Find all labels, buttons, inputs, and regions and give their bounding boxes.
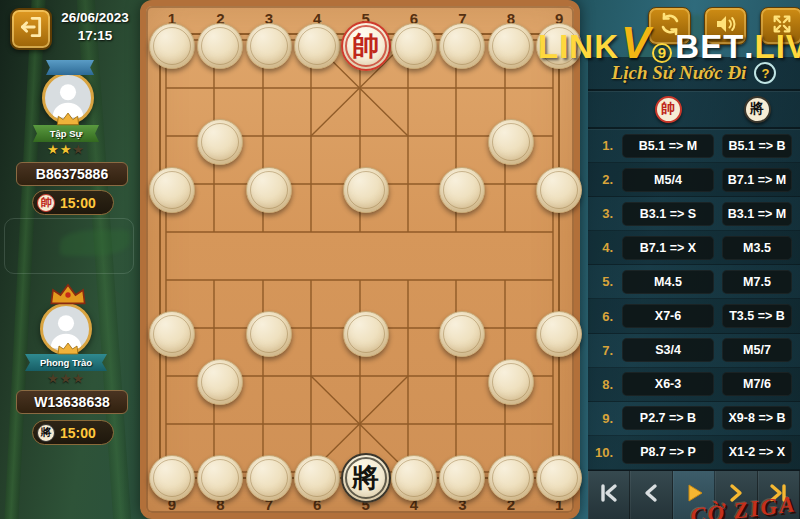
board-grid bbox=[146, 6, 574, 513]
move-number: 5. bbox=[588, 274, 618, 289]
player-black-name: W13638638 bbox=[16, 390, 128, 414]
logo-bet: BET bbox=[675, 28, 744, 66]
avatar-crown-decoration-icon bbox=[48, 283, 88, 311]
logo-9: 9 bbox=[652, 43, 672, 63]
black-column-icon: 將 bbox=[744, 96, 771, 123]
hidden-black-piece[interactable] bbox=[149, 311, 195, 357]
black-move[interactable]: M7/6 bbox=[722, 372, 792, 396]
next-move-icon bbox=[725, 483, 747, 507]
hidden-red-piece[interactable] bbox=[246, 23, 292, 69]
red-move[interactable]: X7-6 bbox=[622, 304, 714, 328]
red-move[interactable]: P2.7 => B bbox=[622, 406, 714, 430]
gold-star-icon: ★ bbox=[47, 142, 60, 157]
move-number: 3. bbox=[588, 206, 618, 221]
black-move[interactable]: B3.1 => M bbox=[722, 202, 792, 226]
red-move[interactable]: M5/4 bbox=[622, 168, 714, 192]
red-move[interactable]: M4.5 bbox=[622, 270, 714, 294]
player-black-timer: 將 15:00 bbox=[32, 420, 114, 445]
black-move[interactable]: B7.1 => M bbox=[722, 168, 792, 192]
move-number: 1. bbox=[588, 138, 618, 153]
replay-navbar bbox=[588, 470, 800, 519]
dark-star-icon: ★ bbox=[47, 371, 60, 386]
move-number: 10. bbox=[588, 445, 618, 460]
history-row: 7.S3/4M5/7 bbox=[588, 334, 800, 368]
hidden-red-piece[interactable] bbox=[488, 119, 534, 165]
black-move[interactable]: M3.5 bbox=[722, 236, 792, 260]
last-move-icon bbox=[767, 483, 789, 507]
exit-button[interactable] bbox=[10, 8, 52, 50]
history-row: 10.P8.7 => PX1-2 => X bbox=[588, 436, 800, 470]
hidden-red-piece[interactable] bbox=[149, 167, 195, 213]
move-number: 7. bbox=[588, 343, 618, 358]
red-move[interactable]: B7.1 => X bbox=[622, 236, 714, 260]
red-column-icon: 帥 bbox=[655, 96, 682, 123]
hidden-black-piece[interactable] bbox=[343, 311, 389, 357]
play-icon bbox=[683, 483, 705, 507]
game-screen: 123456789987654321 帥將 26/06/2023 17:15 bbox=[0, 0, 800, 519]
red-move[interactable]: X6-3 bbox=[622, 372, 714, 396]
left-sidebar: 26/06/2023 17:15 Tập Sự ★★★ B86375886 帥 … bbox=[0, 0, 140, 519]
red-move[interactable]: B5.1 => M bbox=[622, 134, 714, 158]
exit-door-arrow-icon bbox=[18, 14, 44, 44]
player-red-timer: 帥 15:00 bbox=[32, 190, 114, 215]
logo-v: V bbox=[621, 18, 651, 68]
red-move[interactable]: P8.7 => P bbox=[622, 440, 714, 464]
player-black-stars: ★★★ bbox=[33, 371, 99, 386]
black-move[interactable]: M7.5 bbox=[722, 270, 792, 294]
first-move-icon bbox=[598, 483, 620, 507]
history-row: 2.M5/4B7.1 => M bbox=[588, 163, 800, 197]
first-move-button[interactable] bbox=[588, 471, 630, 519]
red-move[interactable]: S3/4 bbox=[622, 338, 714, 362]
time-label: 17:15 bbox=[52, 27, 138, 45]
history-column-headers: 帥 將 bbox=[588, 91, 800, 129]
hidden-red-piece[interactable] bbox=[246, 167, 292, 213]
player-red-title-ribbon bbox=[46, 60, 94, 75]
history-row: 5.M4.5M7.5 bbox=[588, 265, 800, 299]
between-players-box bbox=[4, 218, 134, 274]
move-number: 8. bbox=[588, 377, 618, 392]
play-button[interactable] bbox=[673, 471, 715, 519]
hidden-black-piece[interactable] bbox=[246, 311, 292, 357]
logo-live: LIVE bbox=[755, 28, 800, 66]
prev-move-button[interactable] bbox=[630, 471, 672, 519]
move-number: 4. bbox=[588, 240, 618, 255]
crown-icon bbox=[55, 112, 81, 131]
hidden-red-piece[interactable] bbox=[488, 23, 534, 69]
prev-move-icon bbox=[640, 483, 662, 507]
black-general-piece[interactable]: 將 bbox=[341, 453, 391, 503]
gold-star-icon: ★ bbox=[60, 142, 73, 157]
hidden-black-piece[interactable] bbox=[246, 455, 292, 501]
hidden-black-piece[interactable] bbox=[391, 455, 437, 501]
site-logo: LINKV9BET.LIVE bbox=[538, 18, 800, 68]
logo-link: LINK bbox=[538, 28, 619, 66]
black-move[interactable]: B5.1 => B bbox=[722, 134, 792, 158]
hidden-red-piece[interactable] bbox=[294, 23, 340, 69]
hidden-black-piece[interactable] bbox=[488, 455, 534, 501]
hidden-red-piece[interactable] bbox=[343, 167, 389, 213]
history-row: 8.X6-3M7/6 bbox=[588, 368, 800, 402]
move-history-panel: Lịch Sử Nước Đi ? 帥 將 1.B5.1 => MB5.1 =>… bbox=[588, 57, 800, 470]
dark-star-icon: ★ bbox=[60, 371, 73, 386]
hidden-black-piece[interactable] bbox=[149, 455, 195, 501]
history-row: 4.B7.1 => XM3.5 bbox=[588, 231, 800, 265]
player-red-stars: ★★★ bbox=[33, 142, 99, 157]
black-general-icon: 將 bbox=[37, 424, 55, 442]
black-move[interactable]: X9-8 => B bbox=[722, 406, 792, 430]
hidden-black-piece[interactable] bbox=[294, 455, 340, 501]
history-rows: 1.B5.1 => MB5.1 => B2.M5/4B7.1 => M3.B3.… bbox=[588, 129, 800, 470]
logo-dot: . bbox=[744, 28, 754, 66]
red-general-piece[interactable]: 帥 bbox=[341, 21, 391, 71]
red-general-icon: 帥 bbox=[37, 194, 55, 212]
history-row: 3.B3.1 => SB3.1 => M bbox=[588, 197, 800, 231]
black-move[interactable]: T3.5 => B bbox=[722, 304, 792, 328]
hidden-black-piece[interactable] bbox=[536, 311, 582, 357]
hidden-red-piece[interactable] bbox=[536, 167, 582, 213]
history-row: 1.B5.1 => MB5.1 => B bbox=[588, 129, 800, 163]
hidden-black-piece[interactable] bbox=[488, 359, 534, 405]
datetime: 26/06/2023 17:15 bbox=[52, 9, 138, 45]
hidden-black-piece[interactable] bbox=[536, 455, 582, 501]
black-move[interactable]: M5/7 bbox=[722, 338, 792, 362]
black-move[interactable]: X1-2 => X bbox=[722, 440, 792, 464]
date-label: 26/06/2023 bbox=[52, 9, 138, 27]
red-move[interactable]: B3.1 => S bbox=[622, 202, 714, 226]
player-red-time: 15:00 bbox=[60, 195, 96, 211]
history-row: 9.P2.7 => BX9-8 => B bbox=[588, 402, 800, 436]
player-black-time: 15:00 bbox=[60, 425, 96, 441]
last-move-button[interactable] bbox=[758, 471, 800, 519]
hidden-red-piece[interactable] bbox=[391, 23, 437, 69]
next-move-button[interactable] bbox=[715, 471, 757, 519]
move-number: 6. bbox=[588, 309, 618, 324]
move-number: 9. bbox=[588, 411, 618, 426]
dark-star-icon: ★ bbox=[72, 371, 85, 386]
move-number: 2. bbox=[588, 172, 618, 187]
crown-icon bbox=[56, 342, 80, 360]
dark-star-icon: ★ bbox=[72, 142, 85, 157]
xiangqi-board[interactable]: 123456789987654321 帥將 bbox=[140, 0, 580, 519]
hidden-red-piece[interactable] bbox=[149, 23, 195, 69]
player-red-name: B86375886 bbox=[16, 162, 128, 186]
history-row: 6.X7-6T3.5 => B bbox=[588, 299, 800, 333]
